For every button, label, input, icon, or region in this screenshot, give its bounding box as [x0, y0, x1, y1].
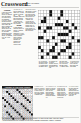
clue-text: 43 Tiny bit 44 River mouth 46 Take five … — [14, 9, 25, 24]
mini-clue-column-4: 46 Road curve 47 Sly look 49 Mild oath 5… — [70, 61, 80, 86]
bottom-clue-column-1: 1 Stage play 2 Come in 3 Piano piece 4 S… — [34, 86, 45, 116]
clue-column-2: 43 Tiny bit 44 River mouth 46 Take five … — [14, 9, 25, 85]
clue-columns-under-grid: 61 Ark builder 62 Poker stake 63 Silent … — [39, 61, 81, 86]
mini-clue-column-2: 66 Ripped up 67 Deer mother 68 Tidy sum … — [49, 61, 59, 86]
bottom-clue-column-4: 47 Lend a hand 51 Dull pain 53 High card… — [69, 86, 80, 116]
grid-cell[interactable] — [77, 56, 80, 59]
bottom-clue-column-2: 10 Long story 11 Gone by 12 Tiny insect … — [46, 86, 57, 116]
answer-grid: PARSECSONEIDASONEASELATONEDTILSPARENOMAD… — [2, 89, 33, 120]
clue-columns-left: ACROSS 1 Stir up 5 Pale hue 9 Lofty home… — [2, 9, 38, 85]
byline-number: No. 0915 — [24, 4, 54, 6]
bottom-clue-column-3: 29 Small bay 30 Mine find 32 Plain fare … — [57, 86, 68, 116]
footer: For answers, call 1-900-285-5656, $1.20 … — [2, 118, 79, 122]
masthead: Crossword Edited by Will Shortz No. 0915 — [1, 0, 79, 8]
clue-text: 1 Gulf land 2 Tehran native 3 Scent 4 Sw… — [14, 27, 25, 45]
puzzle-grid[interactable] — [38, 10, 80, 59]
mini-clue-column-1: 61 Ark builder 62 Poker stake 63 Silent … — [39, 61, 49, 86]
mini-clue-column-3: 55 Went fast 56 Rye or corn 57 Kind word… — [60, 61, 70, 86]
clue-column-3: 18 Diva's song 22 Singer Horne 24 Naval … — [26, 9, 37, 85]
clue-text: 1 Stir up 5 Pale hue 9 Lofty home 14 Ope… — [2, 11, 13, 39]
clue-column-1: ACROSS 1 Stir up 5 Pale hue 9 Lofty home… — [2, 9, 13, 85]
footer-line-2: Annual subscriptions are available for t… — [2, 120, 79, 122]
clue-columns-bottom-right: 1 Stage play 2 Come in 3 Piano piece 4 S… — [34, 86, 80, 116]
crossword-page: Crossword Edited by Will Shortz No. 0915… — [0, 0, 80, 123]
clue-text: 18 Diva's song 22 Singer Horne 24 Naval … — [26, 9, 37, 31]
byline: Edited by Will Shortz No. 0915 — [24, 2, 54, 6]
